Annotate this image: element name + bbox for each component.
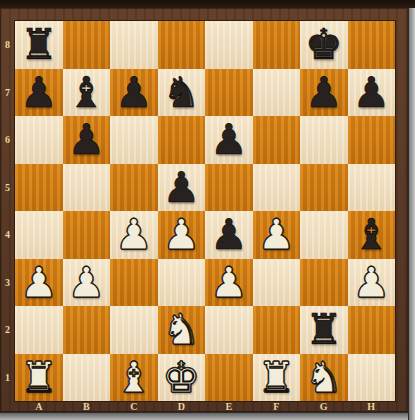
square-b6[interactable]: ♟ (63, 116, 111, 164)
square-g7[interactable]: ♟ (300, 69, 348, 117)
square-c5[interactable] (110, 164, 158, 212)
square-d6[interactable] (158, 116, 206, 164)
white-pawn-piece[interactable]: ♟ (210, 259, 248, 307)
square-c6[interactable] (110, 116, 158, 164)
black-rook-piece[interactable]: ♜ (305, 306, 343, 354)
black-pawn-piece[interactable]: ♟ (115, 69, 153, 117)
square-e8[interactable] (205, 21, 253, 69)
square-c1[interactable]: ♝ (110, 354, 158, 402)
black-pawn-piece[interactable]: ♟ (210, 116, 248, 164)
square-f4[interactable]: ♟ (253, 211, 301, 259)
square-e5[interactable] (205, 164, 253, 212)
rank-label-7: 7 (0, 69, 15, 117)
square-a4[interactable] (15, 211, 63, 259)
black-pawn-piece[interactable]: ♟ (20, 69, 58, 117)
window-top-edge (0, 0, 415, 8)
square-h8[interactable] (348, 21, 396, 69)
square-d7[interactable]: ♞ (158, 69, 206, 117)
rank-label-2: 2 (0, 306, 15, 354)
square-e1[interactable] (205, 354, 253, 402)
black-knight-piece[interactable]: ♞ (162, 69, 200, 117)
white-king-piece[interactable]: ♚ (162, 354, 200, 402)
white-knight-piece[interactable]: ♞ (305, 354, 343, 402)
square-b4[interactable] (63, 211, 111, 259)
window-bottom-edge (0, 412, 408, 420)
square-e6[interactable]: ♟ (205, 116, 253, 164)
file-label-c: C (110, 401, 158, 412)
white-knight-piece[interactable]: ♞ (162, 306, 200, 354)
file-label-b: B (63, 401, 111, 412)
square-g1[interactable]: ♞ (300, 354, 348, 402)
square-h7[interactable]: ♟ (348, 69, 396, 117)
square-f5[interactable] (253, 164, 301, 212)
black-bishop-piece[interactable]: ♝ (67, 69, 105, 117)
file-label-g: G (300, 401, 348, 412)
square-d4[interactable]: ♟ (158, 211, 206, 259)
square-g3[interactable] (300, 259, 348, 307)
white-bishop-piece[interactable]: ♝ (115, 354, 153, 402)
black-king-piece[interactable]: ♚ (305, 21, 343, 69)
square-f2[interactable] (253, 306, 301, 354)
square-h1[interactable] (348, 354, 396, 402)
rank-label-3: 3 (0, 259, 15, 307)
square-h6[interactable] (348, 116, 396, 164)
black-pawn-piece[interactable]: ♟ (67, 116, 105, 164)
black-pawn-piece[interactable]: ♟ (352, 69, 390, 117)
square-h2[interactable] (348, 306, 396, 354)
square-b1[interactable] (63, 354, 111, 402)
square-b7[interactable]: ♝ (63, 69, 111, 117)
square-c8[interactable] (110, 21, 158, 69)
black-pawn-piece[interactable]: ♟ (305, 69, 343, 117)
square-a3[interactable]: ♟ (15, 259, 63, 307)
square-c3[interactable] (110, 259, 158, 307)
chess-board[interactable]: ♜♚♟♝♟♞♟♟♟♟♟♟♟♟♟♝♟♟♟♟♞♜♜♝♚♜♞ (15, 21, 395, 401)
square-f3[interactable] (253, 259, 301, 307)
rank-label-8: 8 (0, 21, 15, 69)
square-c2[interactable] (110, 306, 158, 354)
black-pawn-piece[interactable]: ♟ (210, 211, 248, 259)
file-label-f: F (253, 401, 301, 412)
rank-label-4: 4 (0, 211, 15, 259)
square-a2[interactable] (15, 306, 63, 354)
square-d5[interactable]: ♟ (158, 164, 206, 212)
white-pawn-piece[interactable]: ♟ (20, 259, 58, 307)
white-pawn-piece[interactable]: ♟ (115, 211, 153, 259)
square-h3[interactable]: ♟ (348, 259, 396, 307)
square-d8[interactable] (158, 21, 206, 69)
white-rook-piece[interactable]: ♜ (257, 354, 295, 402)
square-f1[interactable]: ♜ (253, 354, 301, 402)
white-pawn-piece[interactable]: ♟ (67, 259, 105, 307)
square-a6[interactable] (15, 116, 63, 164)
square-h5[interactable] (348, 164, 396, 212)
black-rook-piece[interactable]: ♜ (20, 21, 58, 69)
black-pawn-piece[interactable]: ♟ (162, 164, 200, 212)
square-g8[interactable]: ♚ (300, 21, 348, 69)
square-g5[interactable] (300, 164, 348, 212)
file-label-a: A (15, 401, 63, 412)
rank-labels: 87654321 (0, 21, 15, 401)
square-c4[interactable]: ♟ (110, 211, 158, 259)
square-e7[interactable] (205, 69, 253, 117)
white-pawn-piece[interactable]: ♟ (162, 211, 200, 259)
square-e2[interactable] (205, 306, 253, 354)
square-c7[interactable]: ♟ (110, 69, 158, 117)
square-a1[interactable]: ♜ (15, 354, 63, 402)
square-b5[interactable] (63, 164, 111, 212)
rank-label-5: 5 (0, 164, 15, 212)
square-a8[interactable]: ♜ (15, 21, 63, 69)
square-d1[interactable]: ♚ (158, 354, 206, 402)
board-frame: 87654321 ABCDEFGH ♜♚♟♝♟♞♟♟♟♟♟♟♟♟♟♝♟♟♟♟♞♜… (0, 8, 408, 412)
square-e3[interactable]: ♟ (205, 259, 253, 307)
square-d3[interactable] (158, 259, 206, 307)
square-h4[interactable]: ♝ (348, 211, 396, 259)
square-g6[interactable] (300, 116, 348, 164)
square-b3[interactable]: ♟ (63, 259, 111, 307)
white-rook-piece[interactable]: ♜ (20, 354, 58, 402)
square-e4[interactable]: ♟ (205, 211, 253, 259)
rank-label-6: 6 (0, 116, 15, 164)
rank-label-1: 1 (0, 354, 15, 402)
square-a5[interactable] (15, 164, 63, 212)
file-label-d: D (158, 401, 206, 412)
black-bishop-piece[interactable]: ♝ (352, 211, 390, 259)
square-f7[interactable] (253, 69, 301, 117)
square-d2[interactable]: ♞ (158, 306, 206, 354)
window-right-edge (408, 8, 415, 420)
square-a7[interactable]: ♟ (15, 69, 63, 117)
file-label-e: E (205, 401, 253, 412)
chess-app-window: 87654321 ABCDEFGH ♜♚♟♝♟♞♟♟♟♟♟♟♟♟♟♝♟♟♟♟♞♜… (0, 0, 415, 420)
square-g2[interactable]: ♜ (300, 306, 348, 354)
square-b2[interactable] (63, 306, 111, 354)
square-f8[interactable] (253, 21, 301, 69)
white-pawn-piece[interactable]: ♟ (352, 259, 390, 307)
file-labels: ABCDEFGH (15, 401, 395, 412)
file-label-h: H (348, 401, 396, 412)
square-g4[interactable] (300, 211, 348, 259)
white-pawn-piece[interactable]: ♟ (257, 211, 295, 259)
square-f6[interactable] (253, 116, 301, 164)
square-b8[interactable] (63, 21, 111, 69)
